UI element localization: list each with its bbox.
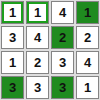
- cell-r1c1[interactable]: 1: [1, 1, 24, 24]
- cell-r1c3[interactable]: 4: [51, 1, 74, 24]
- cell-r3c3[interactable]: 3: [51, 51, 74, 74]
- cell-r1c2[interactable]: 1: [26, 1, 49, 24]
- cell-r3c4[interactable]: 4: [76, 51, 99, 74]
- cell-r4c3[interactable]: 3: [51, 76, 74, 99]
- cell-r1c4[interactable]: 1: [76, 1, 99, 24]
- cell-r2c1[interactable]: 3: [1, 26, 24, 49]
- cell-r2c3[interactable]: 2: [51, 26, 74, 49]
- cell-r2c2[interactable]: 4: [26, 26, 49, 49]
- cell-r2c4[interactable]: 2: [76, 26, 99, 49]
- cell-r4c4[interactable]: 1: [76, 76, 99, 99]
- cell-r4c2[interactable]: 3: [26, 76, 49, 99]
- puzzle-board: 1141342212343331: [0, 0, 100, 100]
- cell-r4c1[interactable]: 3: [1, 76, 24, 99]
- cell-r3c2[interactable]: 2: [26, 51, 49, 74]
- cell-r3c1[interactable]: 1: [1, 51, 24, 74]
